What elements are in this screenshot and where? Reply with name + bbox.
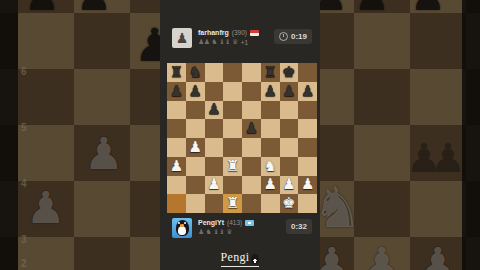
white-rook[interactable]: ♜: [226, 196, 239, 211]
square-e7[interactable]: [242, 82, 261, 101]
square-f7[interactable]: ♟: [261, 82, 280, 101]
square-g1[interactable]: ♚: [280, 194, 299, 213]
square-g2[interactable]: ♟: [280, 176, 299, 195]
square-f2[interactable]: ♟: [261, 176, 280, 195]
top-player-bar: ♟ farhanfrg (390) ♟♟ ♞ ♝♝ ♛ +1 0:19: [160, 26, 320, 58]
square-b2[interactable]: [186, 176, 205, 195]
black-pawn[interactable]: ♟: [282, 84, 295, 99]
square-a3[interactable]: ♟: [167, 157, 186, 176]
square-c7[interactable]: [205, 82, 224, 101]
penguin-avatar-icon: [176, 220, 189, 236]
square-b5[interactable]: [186, 119, 205, 138]
square-a2[interactable]: [167, 176, 186, 195]
pawn-statue-icon: ♟: [176, 31, 189, 45]
square-g6[interactable]: [280, 101, 299, 120]
bottom-player-avatar[interactable]: [172, 218, 192, 238]
square-e3[interactable]: [242, 157, 261, 176]
square-g5[interactable]: [280, 119, 299, 138]
black-pawn[interactable]: ♟: [263, 84, 276, 99]
top-player-name[interactable]: farhanfrg: [198, 29, 229, 36]
square-f6[interactable]: [261, 101, 280, 120]
white-pawn[interactable]: ♟: [207, 177, 220, 192]
square-a6[interactable]: [167, 101, 186, 120]
square-d3[interactable]: ♜: [223, 157, 242, 176]
white-pawn[interactable]: ♟: [282, 177, 295, 192]
square-a1[interactable]: [167, 194, 186, 213]
square-e5[interactable]: ♟: [242, 119, 261, 138]
square-b7[interactable]: ♟: [186, 82, 205, 101]
square-c6[interactable]: ♟: [205, 101, 224, 120]
square-h8[interactable]: [298, 63, 317, 82]
square-c1[interactable]: [205, 194, 224, 213]
square-h6[interactable]: [298, 101, 317, 120]
bottom-player-bar: PengiYt (413) ♟ ♞ ♝♝ ♛ 0:32: [160, 216, 320, 248]
penguin-logo-icon: [251, 254, 259, 264]
white-pawn[interactable]: ♟: [263, 177, 276, 192]
square-h2[interactable]: ♟: [298, 176, 317, 195]
white-pawn[interactable]: ♟: [170, 159, 183, 174]
square-b3[interactable]: [186, 157, 205, 176]
black-pawn[interactable]: ♟: [245, 121, 258, 136]
square-b4[interactable]: ♟: [186, 138, 205, 157]
square-f1[interactable]: [261, 194, 280, 213]
clock-icon: [279, 32, 288, 41]
black-knight[interactable]: ♞: [188, 65, 201, 80]
right-edge-bar: [462, 0, 480, 270]
bottom-captured-pieces: ♟ ♞ ♝♝ ♛: [198, 229, 232, 236]
square-d5[interactable]: [223, 119, 242, 138]
black-king[interactable]: ♚: [282, 65, 295, 80]
bottom-player-name[interactable]: PengiYt: [198, 219, 224, 226]
square-f8[interactable]: ♜: [261, 63, 280, 82]
indonesia-flag-icon: [250, 30, 259, 36]
square-d8[interactable]: [223, 63, 242, 82]
square-b8[interactable]: ♞: [186, 63, 205, 82]
square-h1[interactable]: [298, 194, 317, 213]
white-pawn[interactable]: ♟: [188, 140, 201, 155]
square-c8[interactable]: [205, 63, 224, 82]
square-a7[interactable]: ♟: [167, 82, 186, 101]
square-d6[interactable]: [223, 101, 242, 120]
square-c2[interactable]: ♟: [205, 176, 224, 195]
square-h4[interactable]: [298, 138, 317, 157]
square-b6[interactable]: [186, 101, 205, 120]
square-a4[interactable]: [167, 138, 186, 157]
top-player-clock: 0:19: [274, 29, 312, 44]
black-pawn[interactable]: ♟: [301, 84, 314, 99]
square-h5[interactable]: [298, 119, 317, 138]
black-pawn[interactable]: ♟: [170, 84, 183, 99]
square-f5[interactable]: [261, 119, 280, 138]
square-a8[interactable]: ♜: [167, 63, 186, 82]
white-knight[interactable]: ♞: [263, 159, 276, 174]
square-e4[interactable]: [242, 138, 261, 157]
white-pawn[interactable]: ♟: [301, 177, 314, 192]
caption: Pengi: [160, 247, 320, 267]
square-e2[interactable]: [242, 176, 261, 195]
bottom-player-rating: (413): [227, 219, 242, 226]
square-d4[interactable]: [223, 138, 242, 157]
black-rook[interactable]: ♜: [170, 65, 183, 80]
caption-text: Pengi: [221, 250, 250, 265]
left-edge-bar: [0, 0, 18, 270]
square-g4[interactable]: [280, 138, 299, 157]
square-c4[interactable]: [205, 138, 224, 157]
bottom-player-clock: 0:32: [286, 219, 312, 234]
bottom-clock-time: 0:32: [291, 222, 307, 231]
square-b1[interactable]: [186, 194, 205, 213]
black-pawn[interactable]: ♟: [188, 84, 201, 99]
square-g7[interactable]: ♟: [280, 82, 299, 101]
chess-board[interactable]: ♜♞♜♚♟♟♟♟♟♟♟♟♟♜♞♟♟♟♟♜♚: [167, 63, 317, 213]
square-d7[interactable]: [223, 82, 242, 101]
square-f4[interactable]: [261, 138, 280, 157]
white-rook[interactable]: ♜: [226, 159, 239, 174]
black-rook[interactable]: ♜: [263, 65, 276, 80]
square-c5[interactable]: [205, 119, 224, 138]
square-e8[interactable]: [242, 63, 261, 82]
top-clock-time: 0:19: [291, 32, 307, 41]
square-c3[interactable]: [205, 157, 224, 176]
square-a5[interactable]: [167, 119, 186, 138]
black-pawn[interactable]: ♟: [207, 102, 220, 117]
top-captured-pieces: ♟♟ ♞ ♝♝ ♛: [198, 39, 238, 46]
square-d1[interactable]: ♜: [223, 194, 242, 213]
square-h7[interactable]: ♟: [298, 82, 317, 101]
square-f3[interactable]: ♞: [261, 157, 280, 176]
game-panel: ♟ farhanfrg (390) ♟♟ ♞ ♝♝ ♛ +1 0:19 ♜♞♜♚…: [160, 0, 320, 270]
white-king[interactable]: ♚: [282, 196, 295, 211]
square-d2[interactable]: [223, 176, 242, 195]
top-player-rating: (390): [232, 29, 247, 36]
square-g8[interactable]: ♚: [280, 63, 299, 82]
square-h3[interactable]: [298, 157, 317, 176]
top-material-advantage: +1: [241, 39, 248, 46]
light-blue-flag-icon: [245, 220, 254, 226]
square-g3[interactable]: [280, 157, 299, 176]
square-e1[interactable]: [242, 194, 261, 213]
top-player-avatar[interactable]: ♟: [172, 28, 192, 48]
square-e6[interactable]: [242, 101, 261, 120]
